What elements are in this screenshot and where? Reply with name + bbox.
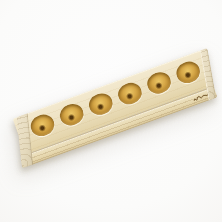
photo-background xyxy=(0,0,222,222)
pit-1[interactable] xyxy=(28,111,58,139)
mancala-board xyxy=(12,50,217,165)
pit-6[interactable] xyxy=(173,58,203,86)
pit-3[interactable] xyxy=(86,90,116,118)
pit-2[interactable] xyxy=(57,101,87,129)
board-shadow-wrap xyxy=(0,0,222,222)
pit-4[interactable] xyxy=(115,80,145,108)
pit-5[interactable] xyxy=(144,69,174,97)
